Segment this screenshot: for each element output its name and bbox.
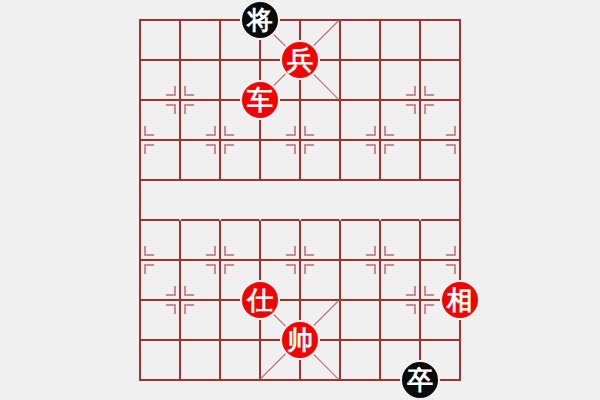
piece-red-chariot[interactable]: 车 bbox=[240, 80, 280, 120]
board-cell bbox=[381, 101, 421, 141]
board-cell bbox=[381, 181, 421, 221]
board-cell bbox=[381, 21, 421, 61]
board-cell bbox=[261, 141, 301, 181]
board-cell bbox=[221, 181, 261, 221]
board-cell bbox=[181, 61, 221, 101]
board-cell bbox=[141, 301, 181, 341]
board-cell bbox=[181, 21, 221, 61]
board-cell bbox=[341, 141, 381, 181]
board-cell bbox=[301, 221, 341, 261]
board-cell bbox=[421, 21, 459, 61]
board-cell bbox=[221, 141, 261, 181]
board-cell bbox=[341, 21, 381, 61]
board-cell bbox=[181, 141, 221, 181]
board-cell bbox=[181, 301, 221, 341]
board-cell bbox=[181, 261, 221, 301]
board-cell bbox=[141, 261, 181, 301]
board-cell bbox=[381, 141, 421, 181]
board-cell bbox=[221, 341, 261, 379]
board-cell bbox=[381, 261, 421, 301]
board-cell bbox=[141, 61, 181, 101]
piece-red-elephant[interactable]: 相 bbox=[440, 280, 480, 320]
board-cell bbox=[341, 101, 381, 141]
board-cell bbox=[341, 181, 381, 221]
board-cell bbox=[381, 61, 421, 101]
board-cell bbox=[181, 181, 221, 221]
board-cell bbox=[261, 181, 301, 221]
board-cell bbox=[181, 101, 221, 141]
board-cell bbox=[341, 261, 381, 301]
board-cell bbox=[141, 21, 181, 61]
board-cell bbox=[141, 181, 181, 221]
board-cell bbox=[301, 141, 341, 181]
board-cell bbox=[261, 221, 301, 261]
xiangqi-board[interactable]: 将兵车仕相帅卒 bbox=[139, 19, 461, 381]
board-cell bbox=[421, 61, 459, 101]
board-cell bbox=[421, 141, 459, 181]
board-cell bbox=[141, 101, 181, 141]
board-cell bbox=[421, 101, 459, 141]
piece-black-general[interactable]: 将 bbox=[240, 0, 280, 40]
board-cell bbox=[141, 341, 181, 379]
board-cell bbox=[141, 221, 181, 261]
board-cell bbox=[301, 181, 341, 221]
piece-red-general[interactable]: 帅 bbox=[280, 320, 320, 360]
board-cell bbox=[181, 221, 221, 261]
board-cell bbox=[301, 101, 341, 141]
board-cell bbox=[221, 221, 261, 261]
piece-red-advisor[interactable]: 仕 bbox=[240, 280, 280, 320]
board-cell bbox=[381, 301, 421, 341]
xiangqi-app-window: 将兵车仕相帅卒 bbox=[0, 0, 600, 400]
board-cell bbox=[341, 341, 381, 379]
board-cell bbox=[421, 181, 459, 221]
piece-black-soldier[interactable]: 卒 bbox=[400, 360, 440, 400]
board-cell bbox=[421, 221, 459, 261]
board-cell bbox=[181, 341, 221, 379]
board-cell bbox=[341, 301, 381, 341]
board-cell bbox=[341, 221, 381, 261]
board-cell bbox=[301, 261, 341, 301]
piece-red-soldier[interactable]: 兵 bbox=[280, 40, 320, 80]
board-cell bbox=[341, 61, 381, 101]
board-cell bbox=[381, 221, 421, 261]
board-cell bbox=[141, 141, 181, 181]
